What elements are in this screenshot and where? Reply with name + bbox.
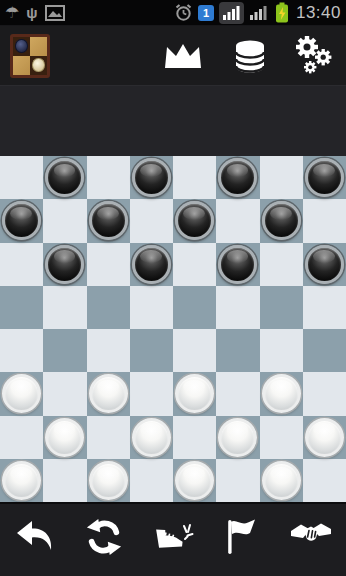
square-f5[interactable] (216, 286, 259, 329)
checker-black[interactable] (175, 201, 214, 240)
square-g7[interactable] (260, 199, 303, 242)
square-f6[interactable] (216, 243, 259, 286)
checker-black[interactable] (45, 245, 84, 284)
square-c5[interactable] (87, 286, 130, 329)
app-icon-light-piece (32, 58, 44, 72)
checker-black[interactable] (218, 245, 257, 284)
board (0, 156, 346, 502)
square-a6[interactable] (0, 243, 43, 286)
square-a4[interactable] (0, 329, 43, 372)
square-e2[interactable] (173, 416, 216, 459)
square-h5[interactable] (303, 286, 346, 329)
checker-black[interactable] (89, 201, 128, 240)
checker-black[interactable] (305, 158, 344, 197)
settings-button[interactable] (294, 35, 336, 77)
square-c3[interactable] (87, 372, 130, 415)
square-c6[interactable] (87, 243, 130, 286)
square-e6[interactable] (173, 243, 216, 286)
app-icon[interactable] (10, 34, 50, 78)
square-c1[interactable] (87, 459, 130, 502)
kick-button[interactable] (145, 514, 201, 560)
undo-icon (14, 517, 56, 557)
coins-button[interactable] (232, 38, 268, 74)
square-h4[interactable] (303, 329, 346, 372)
status-bar: ☂ ψ 1 (0, 0, 346, 26)
signal-boxed-icon (219, 2, 244, 24)
checker-white[interactable] (175, 374, 214, 413)
square-g1[interactable] (260, 459, 303, 502)
square-d6[interactable] (130, 243, 173, 286)
checker-black[interactable] (2, 201, 41, 240)
square-a8[interactable] (0, 156, 43, 199)
clock-time: 13:40 (296, 3, 341, 23)
checker-white[interactable] (262, 461, 301, 500)
alarm-icon (174, 3, 193, 22)
checker-white[interactable] (262, 374, 301, 413)
square-d8[interactable] (130, 156, 173, 199)
square-c8[interactable] (87, 156, 130, 199)
app-icon-square (30, 37, 47, 56)
square-c2[interactable] (87, 416, 130, 459)
square-g2[interactable] (260, 416, 303, 459)
square-h6[interactable] (303, 243, 346, 286)
square-e1[interactable] (173, 459, 216, 502)
app-icon-square (13, 56, 30, 75)
app-icon-square (13, 37, 30, 56)
square-f1[interactable] (216, 459, 259, 502)
square-b7[interactable] (43, 199, 86, 242)
app-icon-dark-piece (15, 39, 27, 53)
checker-white[interactable] (89, 374, 128, 413)
square-e7[interactable] (173, 199, 216, 242)
square-b3[interactable] (43, 372, 86, 415)
draw-handshake-icon (289, 517, 333, 557)
square-d3[interactable] (130, 372, 173, 415)
app-toolbar (0, 26, 346, 85)
square-a5[interactable] (0, 286, 43, 329)
checker-black[interactable] (132, 245, 171, 284)
square-g3[interactable] (260, 372, 303, 415)
draw-button[interactable] (283, 514, 339, 560)
app-icon-square (30, 56, 47, 75)
square-g6[interactable] (260, 243, 303, 286)
square-g5[interactable] (260, 286, 303, 329)
resign-button[interactable] (214, 514, 270, 560)
checker-black[interactable] (45, 158, 84, 197)
square-h1[interactable] (303, 459, 346, 502)
square-f2[interactable] (216, 416, 259, 459)
settings-gears-icon (294, 35, 336, 77)
checker-black[interactable] (262, 201, 301, 240)
resign-flag-icon (222, 517, 262, 557)
umbrella-icon: ☂ (5, 0, 19, 25)
square-b8[interactable] (43, 156, 86, 199)
square-e3[interactable] (173, 372, 216, 415)
square-d2[interactable] (130, 416, 173, 459)
checker-white[interactable] (45, 418, 84, 457)
checker-white[interactable] (2, 461, 41, 500)
phone-screen: ☂ ψ 1 (0, 0, 346, 576)
checker-white[interactable] (2, 374, 41, 413)
refresh-icon (85, 517, 123, 557)
square-b1[interactable] (43, 459, 86, 502)
square-f3[interactable] (216, 372, 259, 415)
crown-button[interactable] (160, 40, 206, 72)
square-h8[interactable] (303, 156, 346, 199)
square-h7[interactable] (303, 199, 346, 242)
square-f4[interactable] (216, 329, 259, 372)
square-e5[interactable] (173, 286, 216, 329)
checker-black[interactable] (218, 158, 257, 197)
checker-black[interactable] (132, 158, 171, 197)
undo-button[interactable] (7, 514, 63, 560)
bottom-toolbar (0, 502, 346, 576)
signal-icon (249, 3, 270, 22)
checker-white[interactable] (305, 418, 344, 457)
checker-white[interactable] (89, 461, 128, 500)
square-a3[interactable] (0, 372, 43, 415)
square-c4[interactable] (87, 329, 130, 372)
square-a7[interactable] (0, 199, 43, 242)
square-a1[interactable] (0, 459, 43, 502)
square-h2[interactable] (303, 416, 346, 459)
checker-white[interactable] (132, 418, 171, 457)
square-f7[interactable] (216, 199, 259, 242)
battery-icon (275, 2, 289, 23)
checker-white[interactable] (175, 461, 214, 500)
square-h3[interactable] (303, 372, 346, 415)
refresh-button[interactable] (76, 514, 132, 560)
square-g8[interactable] (260, 156, 303, 199)
banner-space (0, 85, 346, 156)
kick-icon (151, 517, 195, 557)
coins-stack-icon (232, 38, 268, 74)
crown-icon (160, 40, 206, 72)
square-d1[interactable] (130, 459, 173, 502)
square-a2[interactable] (0, 416, 43, 459)
square-d4[interactable] (130, 329, 173, 372)
checker-white[interactable] (218, 418, 257, 457)
square-g4[interactable] (260, 329, 303, 372)
square-d7[interactable] (130, 199, 173, 242)
usb-icon: ψ (26, 0, 37, 25)
checker-black[interactable] (305, 245, 344, 284)
square-e8[interactable] (173, 156, 216, 199)
square-e4[interactable] (173, 329, 216, 372)
square-b2[interactable] (43, 416, 86, 459)
square-b6[interactable] (43, 243, 86, 286)
notification-badge: 1 (198, 5, 214, 21)
square-c7[interactable] (87, 199, 130, 242)
square-d5[interactable] (130, 286, 173, 329)
square-b4[interactable] (43, 329, 86, 372)
square-f8[interactable] (216, 156, 259, 199)
gallery-icon (45, 5, 65, 21)
square-b5[interactable] (43, 286, 86, 329)
